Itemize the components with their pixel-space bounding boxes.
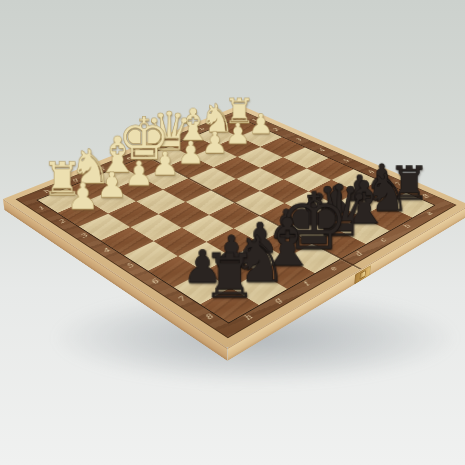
scene: 12345678 12345678 abcdefgh abcdefgh ♜♞♝♛… bbox=[0, 0, 465, 465]
clasp-keeper bbox=[359, 270, 365, 280]
white-pawn-d2[interactable]: ♟ bbox=[176, 137, 204, 168]
white-pawn-a2[interactable]: ♟ bbox=[248, 110, 273, 138]
white-pawn-e2[interactable]: ♟ bbox=[150, 147, 179, 180]
board-grid: ♜♞♝♛♚♝♞♜♟♟♟♟♟♟♟♟♟♟♟♟♟♟♟♟♜♞♝♛♚♝♞♜ bbox=[36, 118, 435, 324]
white-pawn-g2[interactable]: ♟ bbox=[96, 167, 128, 202]
white-pawn-f2[interactable]: ♟ bbox=[124, 157, 154, 191]
white-pawn-h2[interactable]: ♟ bbox=[66, 178, 99, 215]
white-pawn-b2[interactable]: ♟ bbox=[225, 119, 251, 148]
white-pawn-c2[interactable]: ♟ bbox=[201, 128, 228, 158]
black-rook-h8[interactable]: ♜ bbox=[202, 246, 257, 307]
